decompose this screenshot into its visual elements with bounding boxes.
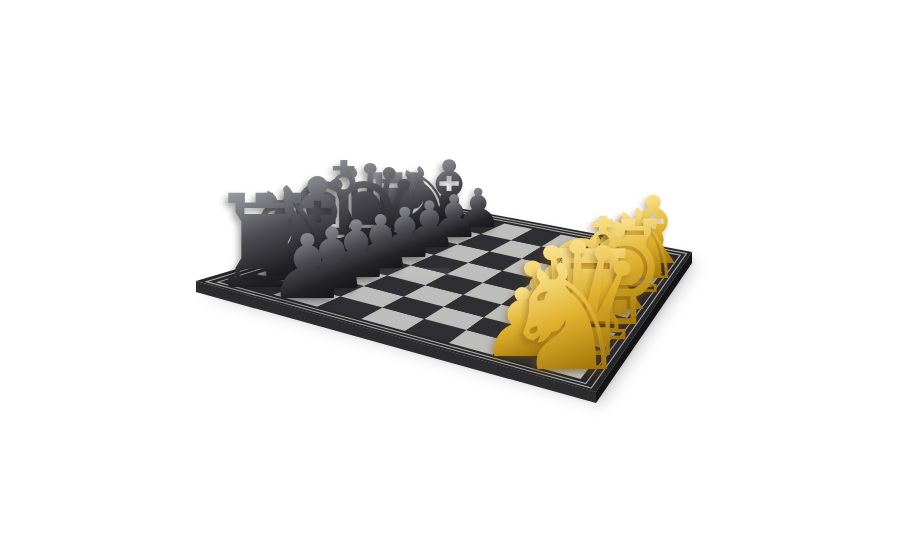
product-photo: ♝♟♞♟♜♟♛♟♟♚♝♝♟♟♞♟♞♟♜♟♜♟♟♝♟♚♟♜♟♛♟♞ [0,0,900,560]
chess-board [0,0,900,560]
